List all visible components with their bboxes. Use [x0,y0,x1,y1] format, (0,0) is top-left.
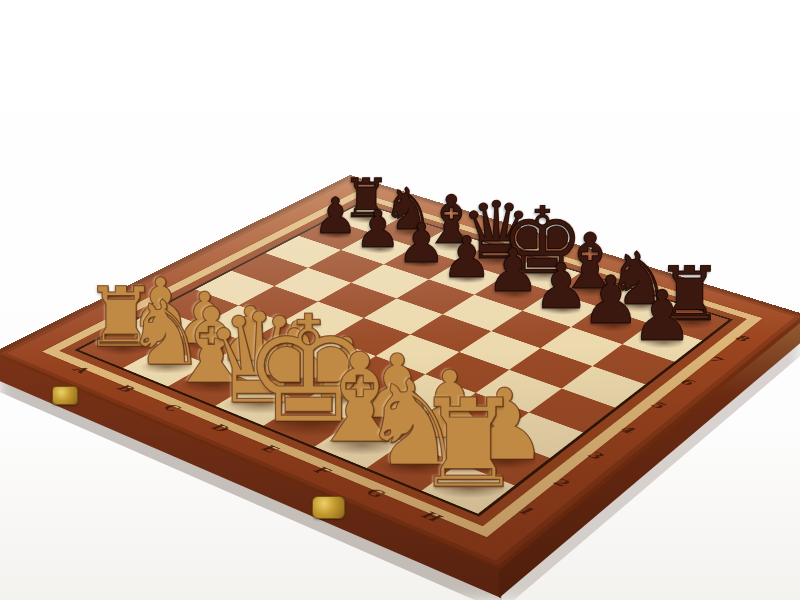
piece-black-p-e7[interactable]: ♟ [486,243,540,300]
piece-black-p-d7[interactable]: ♟ [441,230,492,284]
brass-clasp-icon [312,496,345,519]
piece-black-p-c7[interactable]: ♟ [397,217,446,269]
piece-white-r-h1[interactable]: ♜ [413,386,523,502]
piece-black-p-a7[interactable]: ♟ [313,193,357,240]
piece-black-p-h7[interactable]: ♟ [631,284,693,350]
chess-set-photo: ABCDEFGH12345678 ♜♞♟♝♟♛♟♚♟♝♟♞♟♜♟♟♟♟♜♟♞♟♝… [0,0,800,600]
piece-black-p-b7[interactable]: ♟ [354,205,400,254]
brass-hinge-icon [52,386,78,405]
